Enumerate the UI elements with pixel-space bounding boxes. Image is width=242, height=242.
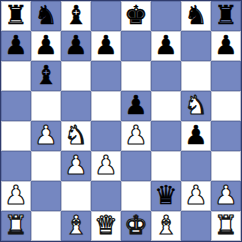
square-e7[interactable] xyxy=(121,31,151,61)
square-b4[interactable]: ♟ xyxy=(31,121,61,151)
square-d1[interactable]: ♛ xyxy=(91,211,121,241)
square-d3[interactable]: ♟ xyxy=(91,151,121,181)
square-g5[interactable]: ♞ xyxy=(181,91,211,121)
square-e3[interactable] xyxy=(121,151,151,181)
square-g7[interactable] xyxy=(181,31,211,61)
square-f4[interactable] xyxy=(151,121,181,151)
square-c4[interactable]: ♞ xyxy=(61,121,91,151)
white-pawn[interactable]: ♟ xyxy=(214,182,237,208)
square-f1[interactable]: ♝ xyxy=(151,211,181,241)
square-e4[interactable]: ♟ xyxy=(121,121,151,151)
white-queen[interactable]: ♛ xyxy=(94,212,117,238)
square-d6[interactable] xyxy=(91,61,121,91)
black-pawn[interactable]: ♟ xyxy=(64,32,87,58)
white-pawn[interactable]: ♟ xyxy=(34,122,57,148)
square-e6[interactable] xyxy=(121,61,151,91)
black-pawn[interactable]: ♟ xyxy=(4,32,27,58)
square-a3[interactable] xyxy=(1,151,31,181)
square-a5[interactable] xyxy=(1,91,31,121)
square-a1[interactable]: ♜ xyxy=(1,211,31,241)
square-b7[interactable]: ♟ xyxy=(31,31,61,61)
square-c8[interactable]: ♝ xyxy=(61,1,91,31)
square-h1[interactable]: ♜ xyxy=(211,211,241,241)
white-rook[interactable]: ♜ xyxy=(4,212,27,238)
square-c3[interactable]: ♟ xyxy=(61,151,91,181)
black-bishop[interactable]: ♝ xyxy=(64,2,87,28)
square-h6[interactable] xyxy=(211,61,241,91)
square-e2[interactable] xyxy=(121,181,151,211)
square-a2[interactable]: ♟ xyxy=(1,181,31,211)
square-c2[interactable] xyxy=(61,181,91,211)
black-queen[interactable]: ♛ xyxy=(154,182,177,208)
square-h5[interactable] xyxy=(211,91,241,121)
square-g6[interactable] xyxy=(181,61,211,91)
square-h2[interactable]: ♟ xyxy=(211,181,241,211)
white-pawn[interactable]: ♟ xyxy=(64,152,87,178)
square-g1[interactable] xyxy=(181,211,211,241)
square-b1[interactable] xyxy=(31,211,61,241)
white-bishop[interactable]: ♝ xyxy=(64,212,87,238)
square-c7[interactable]: ♟ xyxy=(61,31,91,61)
square-d8[interactable] xyxy=(91,1,121,31)
square-d2[interactable] xyxy=(91,181,121,211)
white-pawn[interactable]: ♟ xyxy=(4,182,27,208)
white-knight[interactable]: ♞ xyxy=(184,92,207,118)
square-b3[interactable] xyxy=(31,151,61,181)
square-c1[interactable]: ♝ xyxy=(61,211,91,241)
white-bishop[interactable]: ♝ xyxy=(154,212,177,238)
black-pawn[interactable]: ♟ xyxy=(184,122,207,148)
square-g3[interactable] xyxy=(181,151,211,181)
square-h8[interactable]: ♜ xyxy=(211,1,241,31)
black-pawn[interactable]: ♟ xyxy=(214,32,237,58)
black-king[interactable]: ♚ xyxy=(124,2,147,28)
square-h4[interactable] xyxy=(211,121,241,151)
square-f2[interactable]: ♛ xyxy=(151,181,181,211)
black-rook[interactable]: ♜ xyxy=(4,2,27,28)
square-a6[interactable] xyxy=(1,61,31,91)
square-b6[interactable]: ♝ xyxy=(31,61,61,91)
white-knight[interactable]: ♞ xyxy=(64,122,87,148)
black-rook[interactable]: ♜ xyxy=(214,2,237,28)
square-g4[interactable]: ♟ xyxy=(181,121,211,151)
white-king[interactable]: ♚ xyxy=(124,212,147,238)
square-b2[interactable] xyxy=(31,181,61,211)
square-e1[interactable]: ♚ xyxy=(121,211,151,241)
black-pawn[interactable]: ♟ xyxy=(124,92,147,118)
black-knight[interactable]: ♞ xyxy=(184,2,207,28)
square-g8[interactable]: ♞ xyxy=(181,1,211,31)
square-f8[interactable] xyxy=(151,1,181,31)
square-b5[interactable] xyxy=(31,91,61,121)
black-knight[interactable]: ♞ xyxy=(34,2,57,28)
square-a7[interactable]: ♟ xyxy=(1,31,31,61)
white-pawn[interactable]: ♟ xyxy=(124,122,147,148)
square-f5[interactable] xyxy=(151,91,181,121)
black-pawn[interactable]: ♟ xyxy=(34,32,57,58)
square-e8[interactable]: ♚ xyxy=(121,1,151,31)
white-pawn[interactable]: ♟ xyxy=(94,152,117,178)
black-pawn[interactable]: ♟ xyxy=(154,32,177,58)
square-d4[interactable] xyxy=(91,121,121,151)
square-h3[interactable] xyxy=(211,151,241,181)
square-c6[interactable] xyxy=(61,61,91,91)
square-f3[interactable] xyxy=(151,151,181,181)
white-rook[interactable]: ♜ xyxy=(214,212,237,238)
square-d5[interactable] xyxy=(91,91,121,121)
square-f6[interactable] xyxy=(151,61,181,91)
black-pawn[interactable]: ♟ xyxy=(94,32,117,58)
square-d7[interactable]: ♟ xyxy=(91,31,121,61)
square-a8[interactable]: ♜ xyxy=(1,1,31,31)
square-e5[interactable]: ♟ xyxy=(121,91,151,121)
square-c5[interactable] xyxy=(61,91,91,121)
square-a4[interactable] xyxy=(1,121,31,151)
square-f7[interactable]: ♟ xyxy=(151,31,181,61)
black-bishop[interactable]: ♝ xyxy=(34,62,57,88)
white-pawn[interactable]: ♟ xyxy=(184,182,207,208)
chess-board: ♜♞♝♚♞♜♟♟♟♟♟♟♝♟♞♟♞♟♟♟♟♟♛♟♟♜♝♛♚♝♜ xyxy=(0,0,242,242)
square-g2[interactable]: ♟ xyxy=(181,181,211,211)
square-b8[interactable]: ♞ xyxy=(31,1,61,31)
square-h7[interactable]: ♟ xyxy=(211,31,241,61)
